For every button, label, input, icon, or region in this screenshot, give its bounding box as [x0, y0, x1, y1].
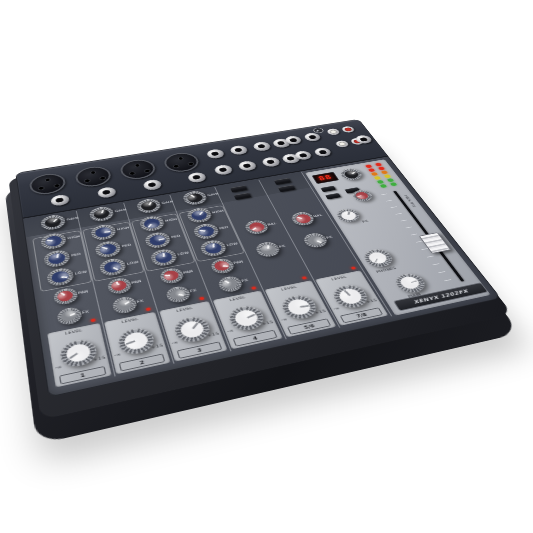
gain-knob-ch3-pointer [148, 202, 151, 206]
fx-knob-ch3[interactable] [164, 285, 191, 304]
level-min-ch7-8: -∞ [333, 306, 341, 311]
level-min-ch4: -∞ [227, 328, 235, 333]
line-jack-1-2 [212, 164, 233, 176]
balance-knob-ch5-6-pointer [252, 227, 257, 230]
eq-low-knob-ch3[interactable] [149, 248, 178, 268]
balance-knob-ch5-6[interactable] [243, 219, 270, 236]
phones-knob-pointer [375, 258, 378, 262]
eq-label-ch1: MID [71, 252, 81, 257]
pan-knob-ch2[interactable] [106, 276, 132, 295]
main-level-knob-cap [398, 275, 423, 291]
xlr-pin [99, 176, 106, 180]
level-label-ch1: LEVEL [65, 328, 83, 335]
xlr-pin [172, 164, 179, 168]
xlr-pin [177, 156, 184, 160]
eq-label-ch3: LOW [177, 251, 189, 256]
fx-knob-ch4[interactable] [216, 275, 244, 294]
level-section-ch1: LEVEL-∞+151 [47, 323, 111, 387]
level-knob-ch2[interactable] [116, 326, 157, 357]
eq-high-knob-ch2-cap [95, 227, 112, 238]
xlr-pin [134, 163, 141, 167]
fader-scale-tick [416, 241, 423, 243]
gain-knob-ch1-pointer [53, 218, 58, 222]
level-section-ch3: LEVEL-∞+153 [159, 301, 227, 362]
rca-center [329, 130, 338, 134]
channel-number-ch5-6: 5/6 [287, 318, 332, 335]
eq-low-knob-ch2[interactable] [98, 257, 127, 277]
main-mix-fader[interactable] [419, 232, 452, 253]
eq-high-knob-ch3-cap [141, 217, 162, 229]
line-jack-3-1 [251, 141, 272, 152]
level-max-ch3: +15 [207, 331, 220, 337]
level-section-ch5-6: LEVEL-∞+155/6 [265, 280, 337, 337]
pan-knob-ch1-cap [54, 289, 75, 304]
level-max-ch1: +15 [93, 355, 106, 362]
gain-knob-ch2-pointer [101, 210, 104, 214]
fx-knob-ch5-6[interactable] [254, 241, 282, 259]
eq-mid-knob-ch4-pointer [199, 230, 205, 232]
xlr-pin [53, 183, 60, 187]
eq-mid-knob-ch1-cap [47, 253, 66, 264]
pan-knob-ch3-pointer [165, 275, 171, 276]
pan-label-ch1: PAN [78, 289, 89, 295]
line-jack-1-1 [205, 148, 225, 159]
eq-label-ch2: MID [122, 243, 132, 248]
trs-jack-ch3 [142, 178, 163, 191]
pan-knob-ch4-pointer [223, 265, 229, 266]
phones-label: PHONES [375, 266, 397, 273]
xlr-pin [129, 171, 136, 175]
eq-low-knob-ch1-cap [50, 271, 70, 283]
pan-label-ch2: PAN [131, 279, 142, 284]
eq-high-knob-ch1-cap [43, 235, 63, 246]
balance-knob-ch7-8[interactable] [289, 211, 316, 227]
trs-jack-ch1 [50, 194, 70, 207]
pan-knob-ch1[interactable] [52, 286, 78, 305]
phones-knob-cap [367, 251, 389, 266]
eq-low-knob-ch3-pointer [163, 253, 165, 257]
level-min-ch2: -∞ [114, 352, 122, 358]
main-level-label: MAIN [407, 292, 422, 298]
xlr-input-4 [161, 151, 201, 174]
level-knob-ch5-6-pointer [300, 305, 308, 307]
eq-high-knob-ch4-cap [189, 209, 209, 221]
fx-knob-ch3-cap [168, 288, 187, 300]
eq-high-knob-ch3-pointer [148, 224, 152, 228]
rca-center [338, 142, 347, 146]
level-max-ch4: +15 [261, 320, 274, 326]
eq-mid-knob-ch2-pointer [101, 247, 107, 249]
eq-high-knob-ch4-pointer [199, 211, 203, 215]
balance-knob-ch5-6-cap [247, 221, 267, 233]
level-knob-ch3[interactable] [172, 314, 213, 344]
trs-jack-ch4 [186, 171, 207, 183]
eq-low-knob-ch2-pointer [113, 267, 119, 270]
level-knob-ch3-pointer [192, 323, 198, 329]
trs-jack-ch2 [96, 186, 116, 199]
clip-led-ch4 [251, 286, 256, 290]
main-level-knob[interactable] [392, 272, 429, 295]
level-min-ch5-6: -∞ [280, 317, 288, 322]
xlr-pin [144, 169, 151, 173]
eq-high-knob-ch2-pointer [105, 231, 111, 233]
level-knob-ch4-pointer [247, 314, 255, 318]
fader-scale-tick [438, 271, 445, 273]
eq-low-knob-ch1-pointer [61, 276, 68, 277]
gain-knob-ch1-cap [42, 216, 64, 228]
line-jack-2-2 [236, 160, 257, 172]
channel-number-ch4: 4 [232, 330, 278, 347]
level-knob-ch7-8[interactable] [329, 283, 372, 311]
level-knob-ch3-cap [177, 319, 208, 341]
level-knob-ch7-8-cap [335, 286, 365, 306]
level-label-ch5-6: LEVEL [280, 285, 297, 292]
pan-knob-ch3-cap [163, 271, 178, 281]
pan-label-ch3: PAN [183, 269, 194, 274]
pan-knob-ch2-pointer [115, 282, 119, 286]
level-label-ch4: LEVEL [229, 295, 246, 302]
clip-led-ch5-6 [302, 276, 307, 279]
level-label-ch7-8: LEVEL [331, 274, 348, 280]
fx-knob-ch2-cap [113, 297, 135, 312]
fx-knob-ch1-cap [59, 308, 79, 323]
level-knob-ch2-cap [121, 330, 151, 352]
ctrl-room-jack-r [313, 147, 333, 158]
fx-send-knob-pointer [347, 212, 349, 215]
fx-return-knob-cap [354, 191, 371, 201]
eq-mid-knob-ch3-cap [148, 234, 168, 247]
fx-send-knob-cap [340, 210, 356, 220]
level-section-ch4: LEVEL-∞+154 [213, 290, 283, 349]
clip-led-ch2 [146, 307, 151, 311]
level-section-ch2: LEVEL-∞+152 [104, 312, 170, 374]
eq-low-knob-ch3-cap [155, 252, 172, 264]
eq-low-knob-ch4-pointer [213, 244, 215, 248]
eq-label-ch4: LOW [226, 242, 238, 247]
eq-low-knob-ch4[interactable] [199, 239, 229, 258]
main-level-knob-pointer [411, 280, 418, 283]
fx-label-ch5-6: FX [278, 244, 286, 248]
level-section-ch7-8: LEVEL-∞+157/8 [315, 270, 388, 325]
mixer-body: 88FXPHONESMAINMAIN MIXXENYX 1202FX GAINH… [15, 119, 501, 398]
fx-knob-ch1-pointer [70, 313, 76, 316]
eq-mid-knob-ch1[interactable] [43, 249, 71, 269]
fx-knob-ch2-pointer [124, 301, 130, 305]
level-knob-ch4[interactable] [226, 304, 268, 333]
fx-label-ch4: FX [241, 278, 249, 283]
channel-number-ch7-8: 7/8 [339, 307, 383, 323]
balance-label-ch7-8: BAL [313, 213, 323, 217]
xlr-input-3 [118, 158, 158, 182]
product-photo: 88FXPHONESMAINMAIN MIXXENYX 1202FX GAINH… [0, 0, 533, 533]
xlr-pin [89, 170, 96, 174]
fader-scale-tick [432, 263, 439, 265]
fx-program-knob-pointer [351, 172, 355, 175]
level-knob-ch1[interactable] [59, 337, 99, 369]
fx-label-ch1: FX [82, 309, 90, 314]
fx-knob-ch5-6-cap [260, 244, 275, 254]
gain-knob-ch2-cap [93, 209, 111, 219]
level-max-ch7-8: +15 [365, 298, 378, 304]
pan-knob-ch1-pointer [60, 292, 65, 296]
fader-scale-tick [427, 256, 434, 258]
fx-label-ch2: FX [136, 299, 144, 304]
eq-low-knob-ch1[interactable] [46, 267, 75, 288]
ctrl-room-jack-l [303, 132, 323, 142]
level-knob-ch7-8-pointer [344, 290, 350, 295]
gain-knob-ch3-cap [139, 200, 158, 211]
fx-knob-ch7-8-pointer [316, 240, 322, 243]
fx-knob-ch5-6-pointer [267, 245, 269, 249]
fx-knob-ch4-pointer [224, 280, 229, 283]
fx-knob-ch7-8-cap [305, 234, 325, 247]
fx-mute-button-ch7-8[interactable] [278, 185, 296, 192]
level-max-ch5-6: +15 [314, 309, 327, 315]
fx-return-knob-pointer [357, 195, 362, 197]
eq-mid-knob-ch4-cap [197, 226, 215, 237]
eq-mid-knob-ch1-pointer [56, 254, 59, 258]
fx-knob-ch3-pointer [178, 294, 184, 296]
level-label-ch2: LEVEL [121, 316, 139, 323]
level-knob-ch2-pointer [126, 341, 135, 345]
rca-jack-2 [340, 126, 355, 134]
eq-mid-knob-ch3-pointer [159, 238, 165, 240]
gain-knob-ch4-pointer [190, 195, 195, 198]
eq-label-ch1: LOW [75, 270, 87, 276]
fx-label-ch3: FX [189, 288, 197, 293]
balance-knob-ch7-8-cap [294, 213, 312, 224]
line-jack-3-2 [260, 156, 281, 168]
balance-label-ch5-6: BAL [267, 222, 277, 226]
xlr-pin [38, 186, 45, 190]
fader-scale-tick [444, 279, 451, 281]
fx-knob-ch2[interactable] [111, 295, 138, 315]
channel-number-ch3: 3 [176, 341, 223, 359]
xlr-pin [44, 178, 51, 182]
rca-jack-1 [326, 128, 341, 136]
level-max-ch2: +15 [151, 343, 164, 350]
fx-knob-ch7-8[interactable] [301, 232, 329, 249]
xlr-pin [84, 179, 91, 183]
level-knob-ch5-6-cap [286, 298, 313, 316]
channel-number-ch2: 2 [118, 353, 165, 371]
rca-center [344, 127, 353, 131]
xlr-input-2 [74, 164, 114, 188]
level-knob-ch5-6[interactable] [278, 293, 320, 321]
xlr-input-1 [28, 172, 67, 197]
balance-knob-ch7-8-pointer [297, 217, 303, 219]
phones-knob[interactable] [361, 247, 397, 268]
eq-high-knob-ch1[interactable] [40, 232, 67, 251]
pan-knob-ch4[interactable] [209, 257, 236, 275]
channel-number-ch1: 1 [59, 366, 107, 385]
level-label-ch3: LEVEL [176, 305, 194, 312]
fader-scale-tick [421, 248, 428, 250]
eq-low-knob-ch4-cap [205, 243, 221, 253]
fx-program-knob-cap [342, 169, 360, 180]
eq-high-knob-ch1-pointer [46, 240, 52, 242]
fx-knob-ch1[interactable] [56, 306, 83, 326]
fx-knob-ch4-cap [219, 277, 240, 291]
eq-low-knob-ch2-cap [101, 260, 124, 275]
line-jack-2-1 [228, 144, 248, 155]
eq-mid-knob-ch2[interactable] [94, 240, 122, 259]
eq-label-ch2: LOW [127, 260, 139, 265]
gain-knob-ch4-cap [184, 192, 205, 204]
pan-knob-ch3[interactable] [158, 267, 185, 285]
level-knob-ch1-cap [62, 341, 95, 365]
clip-led-ch1 [91, 318, 96, 322]
fx-label-ch7-8: FX [326, 235, 334, 239]
level-knob-ch4-cap [231, 307, 262, 328]
clip-led-ch7-8 [351, 266, 356, 269]
eq-mid-knob-ch2-cap [97, 243, 119, 256]
level-min-ch1: -∞ [55, 364, 63, 370]
level-knob-ch1-pointer [69, 353, 77, 359]
clip-led-ch3 [199, 297, 204, 301]
xlr-pin [187, 162, 194, 166]
pan-knob-ch4-cap [214, 261, 230, 271]
rca-jack-3 [334, 140, 350, 148]
pan-knob-ch2-cap [109, 279, 129, 293]
level-min-ch3: -∞ [171, 340, 179, 345]
pan-label-ch4: PAN [233, 260, 244, 265]
